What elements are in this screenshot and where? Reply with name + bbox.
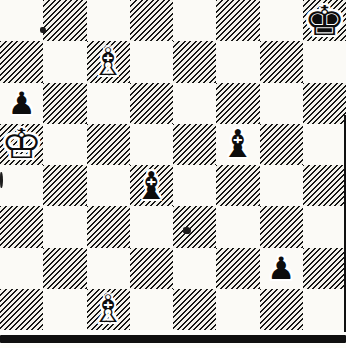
square-e2 (173, 248, 216, 289)
square-h5 (303, 124, 346, 165)
square-g2: ♟ (260, 248, 303, 289)
square-g8 (260, 0, 303, 41)
square-h8: ♚ (303, 0, 346, 41)
square-h7 (303, 41, 346, 82)
square-g3 (260, 206, 303, 247)
square-h4 (303, 165, 346, 206)
square-a3 (0, 206, 43, 247)
chess-diagram-scan: ♚♗♟♔♝♝♟♗ (0, 0, 346, 348)
square-c2 (87, 248, 130, 289)
piece-white-king-a5: ♔ (0, 124, 46, 165)
square-d4: ♝ (130, 165, 173, 206)
square-d3 (130, 206, 173, 247)
square-e7 (173, 41, 216, 82)
square-d5 (130, 124, 173, 165)
square-a6: ♟ (0, 83, 43, 124)
square-a7 (0, 41, 43, 82)
square-h1 (303, 289, 346, 330)
square-g5 (260, 124, 303, 165)
square-f2 (216, 248, 259, 289)
square-f4 (216, 165, 259, 206)
square-c5 (87, 124, 130, 165)
piece-black-bishop-d4: ♝ (130, 165, 173, 206)
square-d1 (130, 289, 173, 330)
square-b4 (43, 165, 86, 206)
square-e3 (173, 206, 216, 247)
square-f8 (216, 0, 259, 41)
square-b5 (43, 124, 86, 165)
square-e5 (173, 124, 216, 165)
piece-black-pawn-g2: ♟ (260, 248, 303, 289)
piece-black-pawn-a6: ♟ (0, 83, 43, 124)
square-f1 (216, 289, 259, 330)
square-g7 (260, 41, 303, 82)
square-c8 (87, 0, 130, 41)
square-b6 (43, 83, 86, 124)
square-c6 (87, 83, 130, 124)
square-e8 (173, 0, 216, 41)
square-a8 (0, 0, 43, 41)
piece-black-king-h8: ♚ (300, 0, 346, 41)
square-h2 (303, 248, 346, 289)
chess-board: ♚♗♟♔♝♝♟♗ (0, 0, 346, 330)
square-a1 (0, 289, 43, 330)
square-e6 (173, 83, 216, 124)
square-e1 (173, 289, 216, 330)
square-g1 (260, 289, 303, 330)
square-a4 (0, 165, 43, 206)
square-g4 (260, 165, 303, 206)
square-f5: ♝ (216, 124, 259, 165)
square-b8 (43, 0, 86, 41)
square-d2 (130, 248, 173, 289)
print-speck-2 (183, 227, 191, 234)
piece-black-bishop-f5: ♝ (216, 124, 259, 165)
square-d8 (130, 0, 173, 41)
square-a5: ♔ (0, 124, 43, 165)
square-b7 (43, 41, 86, 82)
square-c7: ♗ (87, 41, 130, 82)
square-f7 (216, 41, 259, 82)
square-c3 (87, 206, 130, 247)
square-b1 (43, 289, 86, 330)
square-h6 (303, 83, 346, 124)
print-speck-1 (40, 27, 46, 33)
piece-white-bishop-c7: ♗ (87, 41, 130, 82)
square-f3 (216, 206, 259, 247)
square-d6 (130, 83, 173, 124)
square-d7 (130, 41, 173, 82)
print-speck-3 (0, 172, 3, 188)
board-bottom-frame (0, 335, 346, 343)
square-h3 (303, 206, 346, 247)
square-e4 (173, 165, 216, 206)
square-c1: ♗ (87, 289, 130, 330)
square-b2 (43, 248, 86, 289)
square-g6 (260, 83, 303, 124)
piece-white-bishop-c1: ♗ (87, 289, 130, 330)
square-c4 (87, 165, 130, 206)
square-f6 (216, 83, 259, 124)
square-b3 (43, 206, 86, 247)
square-a2 (0, 248, 43, 289)
